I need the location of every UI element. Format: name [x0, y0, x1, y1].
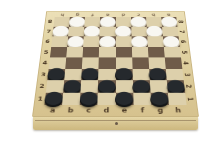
file-label-h: h	[169, 108, 188, 114]
board-front-edge	[33, 117, 198, 130]
board-row-6: ●●●●	[51, 36, 180, 46]
piece-black-man-g1[interactable]: ●	[149, 89, 171, 106]
square-f5[interactable]	[132, 47, 149, 58]
square-c5[interactable]	[83, 47, 100, 58]
square-c1[interactable]: ●	[80, 92, 98, 105]
latch-pin-icon	[115, 122, 118, 125]
square-d6[interactable]: ●	[99, 36, 115, 46]
file-label-b: b	[61, 108, 79, 114]
file-label-f: f	[133, 108, 151, 114]
board-row-5	[50, 47, 181, 58]
playing-grid: ●●●●●●●●●●●●●●●●●●●●●●●●	[44, 17, 186, 105]
square-d8[interactable]: ●	[100, 17, 115, 27]
square-d1[interactable]	[98, 92, 116, 105]
square-b6[interactable]: ●	[67, 36, 84, 46]
square-e5[interactable]	[116, 47, 132, 58]
photo-background: hgfedcba abcdefgh 87654321 87654321 ●●●●…	[0, 0, 220, 147]
file-label-g: g	[151, 108, 169, 114]
checkers-board: hgfedcba abcdefgh 87654321 87654321 ●●●●…	[32, 11, 199, 117]
square-e3[interactable]: ●	[116, 69, 133, 81]
square-a1[interactable]: ●	[44, 92, 63, 105]
square-f2[interactable]: ●	[133, 80, 151, 92]
piece-white-man-h6[interactable]: ●	[161, 33, 181, 47]
square-g5[interactable]	[148, 47, 165, 58]
square-b5[interactable]	[66, 47, 83, 58]
square-h4[interactable]	[165, 57, 183, 68]
square-h6[interactable]: ●	[163, 36, 180, 46]
square-d2[interactable]: ●	[98, 80, 115, 92]
rank-label-4-right: 4	[181, 57, 192, 68]
square-h1[interactable]	[168, 92, 187, 105]
square-h5[interactable]	[164, 47, 181, 58]
file-label-e: e	[116, 108, 134, 114]
piece-white-man-d6[interactable]: ●	[98, 33, 117, 47]
square-h8[interactable]: ●	[161, 17, 177, 27]
square-e7[interactable]: ●	[116, 26, 132, 36]
square-f6[interactable]: ●	[131, 36, 147, 46]
board-row-1: ●●●●	[44, 92, 186, 105]
file-label-far-d: d	[116, 12, 131, 16]
square-g1[interactable]: ●	[150, 92, 169, 105]
fold-seam	[35, 120, 196, 121]
square-d4[interactable]	[99, 57, 116, 68]
file-label-d: d	[97, 108, 115, 114]
board-frame: hgfedcba abcdefgh 87654321 87654321 ●●●●…	[32, 11, 199, 117]
square-e1[interactable]: ●	[116, 92, 134, 105]
square-d5[interactable]	[99, 47, 115, 58]
square-a5[interactable]	[50, 47, 67, 58]
file-label-a: a	[43, 108, 62, 114]
square-g3[interactable]: ●	[149, 69, 167, 81]
file-label-c: c	[79, 108, 97, 114]
piece-black-man-e1[interactable]: ●	[114, 89, 135, 106]
piece-black-man-c1[interactable]: ●	[79, 89, 100, 106]
square-h2[interactable]: ●	[167, 80, 185, 92]
